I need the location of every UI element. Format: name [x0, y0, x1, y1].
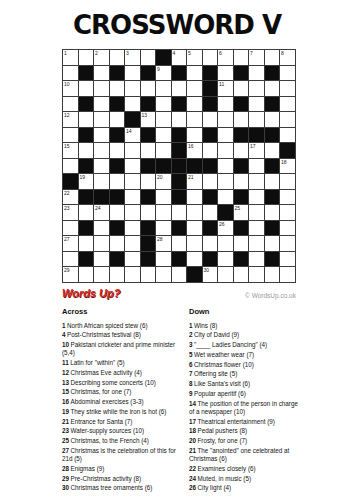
clue-text: Wins (8): [194, 322, 217, 329]
cell-r6c15[interactable]: [280, 128, 295, 143]
cell-r9c7[interactable]: 20: [156, 174, 171, 189]
cell-r14c1[interactable]: [63, 252, 78, 267]
black-cell-r4c4: [110, 97, 125, 112]
cell-r1c2[interactable]: [79, 50, 94, 65]
black-cell-r8c9: [187, 159, 202, 174]
cell-r12c13[interactable]: [249, 221, 264, 236]
black-cell-r7c8: [172, 143, 187, 158]
cell-r3c6[interactable]: [141, 81, 156, 96]
cell-r2c13[interactable]: [249, 66, 264, 81]
grid-clue-number-24: 24: [95, 205, 101, 211]
cell-r1c11[interactable]: 6: [218, 50, 233, 65]
grid-clue-number-12: 12: [64, 112, 70, 118]
clue-text: Theatrical entertainment (9): [198, 418, 275, 425]
clue-number: 28: [62, 465, 69, 472]
cell-r6c7[interactable]: [156, 128, 171, 143]
cell-r3c11[interactable]: 11: [218, 81, 233, 96]
cell-r3c3[interactable]: [94, 81, 109, 96]
cell-r11c13[interactable]: [249, 205, 264, 220]
clue-number: 27: [62, 447, 69, 454]
cell-r8c5[interactable]: [125, 159, 140, 174]
clue-text: Christmas flower (10): [194, 361, 254, 368]
cell-r7c3[interactable]: [94, 143, 109, 158]
cell-r11c7[interactable]: [156, 205, 171, 220]
black-cell-r6c13: [249, 128, 264, 143]
cell-r5c6[interactable]: 13: [141, 112, 156, 127]
clue-text: Abdominal exercises (3-3): [71, 398, 144, 405]
cell-r13c14[interactable]: [265, 236, 280, 251]
cell-r15c1[interactable]: 29: [63, 267, 78, 282]
cell-r13c3[interactable]: [94, 236, 109, 251]
cell-r5c1[interactable]: 12: [63, 112, 78, 127]
cell-r9c6[interactable]: [141, 174, 156, 189]
black-cell-r8c2: [79, 159, 94, 174]
black-cell-r14c6: [141, 252, 156, 267]
black-cell-r10c12: [234, 190, 249, 205]
cell-r2c7[interactable]: 9: [156, 66, 171, 81]
cell-r2c5[interactable]: [125, 66, 140, 81]
down-clue-21: 21The "anointed" one celebrated at Chris…: [189, 447, 304, 463]
cell-r8c1[interactable]: [63, 159, 78, 174]
clue-text: Describing some concerts (10): [71, 379, 156, 386]
cell-r13c15[interactable]: [280, 236, 295, 251]
black-cell-r2c14: [265, 66, 280, 81]
across-clue-21: 21Entrance for Santa (7): [62, 418, 182, 426]
cell-r5c4[interactable]: [110, 112, 125, 127]
cell-r4c15[interactable]: [280, 97, 295, 112]
cell-r13c10[interactable]: [203, 236, 218, 251]
clue-text: City light (4): [198, 484, 232, 491]
cell-r15c8[interactable]: [172, 267, 187, 282]
cell-r11c2[interactable]: [79, 205, 94, 220]
grid-clue-number-21: 21: [188, 174, 194, 180]
across-clue-1: 1North African spiced stew (6): [62, 322, 182, 330]
cell-r3c15[interactable]: [280, 81, 295, 96]
black-cell-r14c14: [265, 252, 280, 267]
cell-r14c11[interactable]: [218, 252, 233, 267]
grid-clue-number-16: 16: [188, 143, 194, 149]
across-clue-28: 28Enigmas (9): [62, 465, 182, 473]
black-cell-r14c2: [79, 252, 94, 267]
cell-r7c6[interactable]: [141, 143, 156, 158]
down-clue-3: 3"____ Ladies Dancing" (4): [189, 341, 304, 349]
across-clue-4: 4Post-Christmas festival (8): [62, 331, 182, 339]
down-clue-7: 7Offering site (5): [189, 370, 304, 378]
cell-r15c10[interactable]: 30: [203, 267, 218, 282]
cell-r6c9[interactable]: [187, 128, 202, 143]
cell-r13c9[interactable]: [187, 236, 202, 251]
cell-r13c12[interactable]: [234, 236, 249, 251]
black-cell-r8c7: [156, 159, 171, 174]
cell-r9c9[interactable]: 21: [187, 174, 202, 189]
cell-r15c5[interactable]: [125, 267, 140, 282]
cell-r7c11[interactable]: [218, 143, 233, 158]
cell-r12c11[interactable]: 26: [218, 221, 233, 236]
cell-r9c5[interactable]: [125, 174, 140, 189]
clue-number: 18: [189, 427, 196, 434]
cell-r11c4[interactable]: [110, 205, 125, 220]
down-clue-6: 6Christmas flower (10): [189, 361, 304, 369]
clue-text: Muted, in music (5): [198, 475, 252, 482]
across-clue-23: 23Water-supply sources (10): [62, 427, 182, 435]
down-clue-2: 2City of David (9): [189, 331, 304, 339]
down-clue-22: 22Examines closely (6): [189, 465, 304, 473]
cell-r8c11[interactable]: [218, 159, 233, 174]
clue-number: 23: [62, 427, 69, 434]
cell-r5c12[interactable]: [234, 112, 249, 127]
across-clue-13: 13Describing some concerts (10): [62, 379, 182, 387]
clue-text: Christmas is the celebration of this for…: [62, 447, 176, 462]
clue-text: The "anointed" one celebrated at Christm…: [189, 447, 289, 462]
grid-clue-number-6: 6: [219, 50, 222, 56]
cell-r7c7[interactable]: [156, 143, 171, 158]
grid-clue-number-23: 23: [64, 205, 70, 211]
down-clue-20: 20Frosty, for one (7): [189, 437, 304, 445]
grid-clue-number-22: 22: [64, 190, 70, 196]
cell-r3c4[interactable]: [110, 81, 125, 96]
cell-r13c5[interactable]: [125, 236, 140, 251]
cell-r15c11[interactable]: [218, 267, 233, 282]
cell-r6c3[interactable]: [94, 128, 109, 143]
cell-r3c9[interactable]: [187, 81, 202, 96]
cell-r10c15[interactable]: [280, 190, 295, 205]
cell-r1c1[interactable]: 1: [63, 50, 78, 65]
cell-r7c4[interactable]: [110, 143, 125, 158]
cell-r13c8[interactable]: [172, 236, 187, 251]
cell-r15c14[interactable]: [265, 267, 280, 282]
cell-r7c10[interactable]: [203, 143, 218, 158]
black-cell-r1c7: [156, 50, 171, 65]
black-cell-r12c6: [141, 221, 156, 236]
cell-r14c15[interactable]: [280, 252, 295, 267]
cell-r5c11[interactable]: [218, 112, 233, 127]
clue-number: 19: [62, 408, 69, 415]
clue-text: Christmas, to the French (4): [71, 437, 149, 444]
down-header: Down: [189, 307, 304, 316]
cell-r10c9[interactable]: [187, 190, 202, 205]
clue-number: 4: [62, 331, 66, 338]
cell-r3c2[interactable]: [79, 81, 94, 96]
cell-r13c11[interactable]: [218, 236, 233, 251]
cell-r14c5[interactable]: [125, 252, 140, 267]
cell-r7c12[interactable]: [234, 143, 249, 158]
across-clue-19: 19They strike while the iron is hot (6): [62, 408, 182, 416]
grid-clue-number-4: 4: [173, 50, 176, 56]
cell-r1c6[interactable]: [141, 50, 156, 65]
black-cell-r14c12: [234, 252, 249, 267]
cell-r9c14[interactable]: [265, 174, 280, 189]
clue-number: 15: [62, 388, 69, 395]
cell-r15c7[interactable]: [156, 267, 171, 282]
black-cell-r8c12: [234, 159, 249, 174]
clue-text: City of David (9): [194, 331, 239, 338]
cell-r6c1[interactable]: [63, 128, 78, 143]
cell-r4c11[interactable]: [218, 97, 233, 112]
cell-r1c15[interactable]: 8: [280, 50, 295, 65]
clue-text: Enigmas (9): [71, 465, 105, 472]
cell-r9c13[interactable]: [249, 174, 264, 189]
black-cell-r10c6: [141, 190, 156, 205]
cell-r15c4[interactable]: [110, 267, 125, 282]
cell-r4c5[interactable]: [125, 97, 140, 112]
grid-clue-number-25: 25: [235, 205, 241, 211]
black-cell-r10c3: [94, 190, 109, 205]
cell-r1c8[interactable]: 4: [172, 50, 187, 65]
cell-r1c4[interactable]: [110, 50, 125, 65]
cell-r10c5[interactable]: [125, 190, 140, 205]
grid-clue-number-29: 29: [64, 267, 70, 273]
clue-text: Like Santa's visit (6): [194, 380, 250, 387]
cell-r9c2[interactable]: 19: [79, 174, 94, 189]
across-clue-12: 12Christmas Eve activity (4): [62, 369, 182, 377]
cell-r11c6[interactable]: [141, 205, 156, 220]
black-cell-r11c11: [218, 205, 233, 220]
grid-clue-number-3: 3: [126, 50, 129, 56]
cell-r9c4[interactable]: [110, 174, 125, 189]
black-cell-r6c12: [234, 128, 249, 143]
cell-r10c1[interactable]: 22: [63, 190, 78, 205]
cell-r5c7[interactable]: [156, 112, 171, 127]
cell-r1c9[interactable]: 5: [187, 50, 202, 65]
black-cell-r6c6: [141, 128, 156, 143]
cell-r12c9[interactable]: [187, 221, 202, 236]
cell-r9c10[interactable]: [203, 174, 218, 189]
down-clue-18: 18Pedal pushers (8): [189, 427, 304, 435]
cell-r4c13[interactable]: [249, 97, 264, 112]
clue-number: 29: [62, 475, 69, 482]
cell-r5c8[interactable]: [172, 112, 187, 127]
down-clue-list: 1Wins (8)2City of David (9)3"____ Ladies…: [189, 322, 304, 493]
cell-r3c7[interactable]: [156, 81, 171, 96]
cell-r3c12[interactable]: [234, 81, 249, 96]
clue-number: 11: [62, 359, 69, 366]
clue-number: 14: [189, 400, 196, 407]
cell-r1c12[interactable]: [234, 50, 249, 65]
black-cell-r12c10: [203, 221, 218, 236]
grid-clue-number-27: 27: [64, 236, 70, 242]
grid-clue-number-28: 28: [157, 236, 163, 242]
clue-number: 16: [62, 398, 69, 405]
clue-number: 10: [62, 341, 69, 348]
cell-r12c1[interactable]: [63, 221, 78, 236]
cell-r1c5[interactable]: 3: [125, 50, 140, 65]
cell-r7c13[interactable]: 17: [249, 143, 264, 158]
down-clues-column: Down 1Wins (8)2City of David (9)3"____ L…: [189, 307, 304, 495]
cell-r5c10[interactable]: [203, 112, 218, 127]
grid-clue-number-15: 15: [64, 143, 70, 149]
black-cell-r6c2: [79, 128, 94, 143]
black-cell-r4c6: [141, 97, 156, 112]
down-clue-24: 24Muted, in music (5): [189, 475, 304, 483]
cell-r11c14[interactable]: [265, 205, 280, 220]
cell-r5c2[interactable]: [79, 112, 94, 127]
cell-r15c13[interactable]: [249, 267, 264, 282]
grid-clue-number-10: 10: [64, 81, 70, 87]
cell-r6c11[interactable]: [218, 128, 233, 143]
cell-r12c3[interactable]: [94, 221, 109, 236]
clue-text: Latin for "within" (5): [70, 359, 125, 366]
clue-text: The position of the person in charge of …: [189, 400, 298, 415]
cell-r11c5[interactable]: [125, 205, 140, 220]
clue-number: 24: [189, 475, 196, 482]
cell-r3c14[interactable]: [265, 81, 280, 96]
cell-r8c3[interactable]: [94, 159, 109, 174]
grid-clue-number-30: 30: [204, 267, 210, 273]
grid-clue-number-1: 1: [64, 50, 67, 56]
cell-r14c9[interactable]: [187, 252, 202, 267]
cell-r2c15[interactable]: [280, 66, 295, 81]
clue-number: 26: [189, 484, 196, 491]
clue-number: 20: [189, 437, 196, 444]
cell-r1c10[interactable]: [203, 50, 218, 65]
cell-r4c3[interactable]: [94, 97, 109, 112]
cell-r2c9[interactable]: [187, 66, 202, 81]
clue-text: Pakistani cricketer and prime minister (…: [62, 341, 175, 356]
cell-r13c2[interactable]: [79, 236, 94, 251]
cell-r14c3[interactable]: [94, 252, 109, 267]
across-clue-10: 10Pakistani cricketer and prime minister…: [62, 341, 182, 357]
cell-r7c2[interactable]: [79, 143, 94, 158]
grid-clue-number-8: 8: [281, 50, 284, 56]
cell-r4c1[interactable]: [63, 97, 78, 112]
clue-text: Entrance for Santa (7): [71, 418, 133, 425]
crossword-grid: 1234567891011121314151617181920212223242…: [62, 49, 296, 283]
grid-clue-number-20: 20: [157, 174, 163, 180]
cell-r1c13[interactable]: 7: [249, 50, 264, 65]
down-clue-1: 1Wins (8): [189, 322, 304, 330]
cell-r7c9[interactable]: 16: [187, 143, 202, 158]
black-cell-r6c4: [110, 128, 125, 143]
clue-section: Across 1North African spiced stew (6)4Po…: [62, 307, 304, 495]
grid-clue-number-14: 14: [126, 128, 132, 134]
across-clue-11: 11Latin for "within" (5): [62, 359, 182, 367]
cell-r5c14[interactable]: [265, 112, 280, 127]
cell-r6c5[interactable]: 14: [125, 128, 140, 143]
cell-r15c2[interactable]: [79, 267, 94, 282]
grid-clue-number-5: 5: [188, 50, 191, 56]
down-clue-8: 8Like Santa's visit (6): [189, 380, 304, 388]
clue-text: Christmas tree ornaments (6): [71, 484, 153, 491]
cell-r10c13[interactable]: [249, 190, 264, 205]
cell-r3c5[interactable]: [125, 81, 140, 96]
grid-clue-number-19: 19: [80, 174, 86, 180]
grid-clue-number-26: 26: [219, 221, 225, 227]
cell-r11c9[interactable]: [187, 205, 202, 220]
cell-r13c7[interactable]: 28: [156, 236, 171, 251]
cell-r13c13[interactable]: [249, 236, 264, 251]
cell-r9c15[interactable]: [280, 174, 295, 189]
cell-r12c5[interactable]: [125, 221, 140, 236]
cell-r3c1[interactable]: 10: [63, 81, 78, 96]
cell-r10c7[interactable]: [156, 190, 171, 205]
clue-text: Pre-Christmas activity (8): [71, 475, 142, 482]
clue-number: 22: [189, 465, 196, 472]
black-cell-r2c10: [203, 66, 218, 81]
cell-r4c7[interactable]: [156, 97, 171, 112]
black-cell-r14c8: [172, 252, 187, 267]
grid-clue-number-2: 2: [95, 50, 98, 56]
cell-r9c3[interactable]: [94, 174, 109, 189]
cell-r11c12[interactable]: 25: [234, 205, 249, 220]
cell-r9c12[interactable]: [234, 174, 249, 189]
cell-r8c15[interactable]: 18: [280, 159, 295, 174]
cell-r5c13[interactable]: [249, 112, 264, 127]
cell-r2c3[interactable]: [94, 66, 109, 81]
clue-text: Popular aperitif (6): [194, 390, 246, 397]
clue-text: Offering site (5): [194, 370, 237, 377]
black-cell-r10c8: [172, 190, 187, 205]
cell-r11c15[interactable]: [280, 205, 295, 220]
cell-r13c1[interactable]: 27: [63, 236, 78, 251]
cell-r10c11[interactable]: [218, 190, 233, 205]
cell-r15c15[interactable]: [280, 267, 295, 282]
clue-number: 9: [189, 390, 193, 397]
black-cell-r10c4: [110, 190, 125, 205]
cell-r15c3[interactable]: [94, 267, 109, 282]
black-cell-r10c14: [265, 190, 280, 205]
across-clue-16: 16Abdominal exercises (3-3): [62, 398, 182, 406]
black-cell-r12c8: [172, 221, 187, 236]
across-clue-list: 1North African spiced stew (6)4Post-Chri…: [62, 322, 182, 493]
black-cell-r4c14: [265, 97, 280, 112]
black-cell-r12c12: [234, 221, 249, 236]
cell-r11c1[interactable]: 23: [63, 205, 78, 220]
cell-r3c8[interactable]: [172, 81, 187, 96]
cell-r2c1[interactable]: [63, 66, 78, 81]
cell-r11c3[interactable]: 24: [94, 205, 109, 220]
cell-r12c15[interactable]: [280, 221, 295, 236]
across-clue-27: 27Christmas is the celebration of this f…: [62, 447, 182, 463]
cell-r8c13[interactable]: [249, 159, 264, 174]
cell-r13c4[interactable]: [110, 236, 125, 251]
cell-r14c7[interactable]: [156, 252, 171, 267]
cell-r12c7[interactable]: [156, 221, 171, 236]
grid-clue-number-18: 18: [281, 159, 287, 165]
cell-r2c11[interactable]: [218, 66, 233, 81]
cell-r5c15[interactable]: [280, 112, 295, 127]
grid-clue-number-11: 11: [219, 81, 224, 87]
cell-r7c14[interactable]: [265, 143, 280, 158]
cell-r1c14[interactable]: [265, 50, 280, 65]
cell-r7c5[interactable]: [125, 143, 140, 158]
cell-r4c9[interactable]: [187, 97, 202, 112]
black-cell-r2c12: [234, 66, 249, 81]
cell-r14c13[interactable]: [249, 252, 264, 267]
cell-r7c1[interactable]: 15: [63, 143, 78, 158]
cell-r15c6[interactable]: [141, 267, 156, 282]
black-cell-r8c10: [203, 159, 218, 174]
cell-r9c11[interactable]: [218, 174, 233, 189]
cell-r1c3[interactable]: 2: [94, 50, 109, 65]
clue-text: They strike while the iron is hot (6): [71, 408, 167, 415]
grid-clue-number-7: 7: [250, 50, 253, 56]
cell-r5c3[interactable]: [94, 112, 109, 127]
clue-number: 25: [62, 437, 69, 444]
cell-r15c12[interactable]: [234, 267, 249, 282]
cell-r3c13[interactable]: [249, 81, 264, 96]
black-cell-r10c2: [79, 190, 94, 205]
clue-number: 3: [189, 341, 193, 348]
grid-clue-number-17: 17: [250, 143, 256, 149]
black-cell-r4c12: [234, 97, 249, 112]
cell-r5c9[interactable]: [187, 112, 202, 127]
cell-r11c10[interactable]: [203, 205, 218, 220]
clue-text: Christmas Eve activity (4): [71, 369, 142, 376]
black-cell-r13c6: [141, 236, 156, 251]
clue-text: Post-Christmas festival (8): [67, 331, 141, 338]
black-cell-r10c10: [203, 190, 218, 205]
cell-r11c8[interactable]: [172, 205, 187, 220]
